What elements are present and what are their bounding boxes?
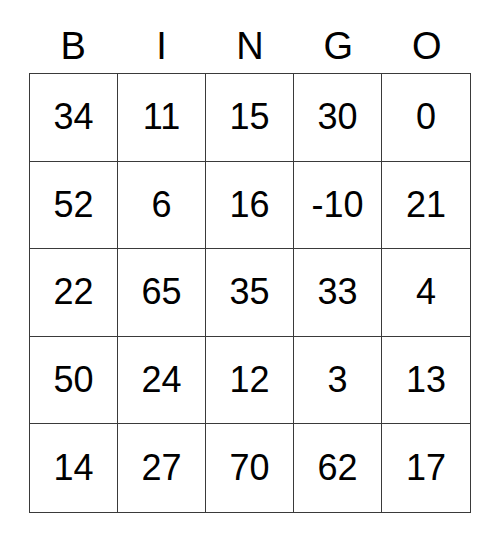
bingo-cell-r2c3[interactable]: 16 <box>206 162 294 250</box>
bingo-cell-r3c1[interactable]: 22 <box>30 249 118 337</box>
bingo-cell-r5c2[interactable]: 27 <box>118 424 206 512</box>
bingo-card: B I N G O 34 11 15 30 0 52 6 16 -10 21 2… <box>0 0 500 544</box>
bingo-cell-r2c1[interactable]: 52 <box>30 162 118 250</box>
bingo-cell-r5c3[interactable]: 70 <box>206 424 294 512</box>
bingo-cell-r3c4[interactable]: 33 <box>294 249 382 337</box>
bingo-cell-r4c1[interactable]: 50 <box>30 337 118 425</box>
header-letter-b: B <box>29 20 117 72</box>
bingo-cell-r1c5[interactable]: 0 <box>382 74 470 162</box>
header-letter-g: G <box>294 20 382 72</box>
header-letter-i: I <box>117 20 205 72</box>
bingo-cell-r5c4[interactable]: 62 <box>294 424 382 512</box>
bingo-cell-r2c5[interactable]: 21 <box>382 162 470 250</box>
bingo-cell-r3c5[interactable]: 4 <box>382 249 470 337</box>
bingo-cell-r3c3[interactable]: 35 <box>206 249 294 337</box>
bingo-cell-r2c2[interactable]: 6 <box>118 162 206 250</box>
bingo-header: B I N G O <box>29 20 471 72</box>
bingo-cell-r5c1[interactable]: 14 <box>30 424 118 512</box>
bingo-cell-r5c5[interactable]: 17 <box>382 424 470 512</box>
bingo-cell-r1c3[interactable]: 15 <box>206 74 294 162</box>
bingo-grid: 34 11 15 30 0 52 6 16 -10 21 22 65 35 33… <box>29 73 471 513</box>
bingo-cell-r2c4[interactable]: -10 <box>294 162 382 250</box>
bingo-cell-r4c5[interactable]: 13 <box>382 337 470 425</box>
bingo-cell-r1c1[interactable]: 34 <box>30 74 118 162</box>
bingo-cell-r3c2[interactable]: 65 <box>118 249 206 337</box>
bingo-cell-r1c2[interactable]: 11 <box>118 74 206 162</box>
header-letter-o: O <box>383 20 471 72</box>
bingo-cell-r4c4[interactable]: 3 <box>294 337 382 425</box>
bingo-cell-r4c2[interactable]: 24 <box>118 337 206 425</box>
bingo-cell-r4c3[interactable]: 12 <box>206 337 294 425</box>
header-letter-n: N <box>206 20 294 72</box>
bingo-cell-r1c4[interactable]: 30 <box>294 74 382 162</box>
